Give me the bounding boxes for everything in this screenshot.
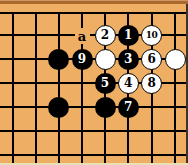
stone-white-10: 10 — [141, 25, 162, 46]
stone-black-5: 5 — [95, 73, 116, 94]
stone-number: 5 — [101, 77, 109, 89]
grid-hline-6 — [0, 130, 188, 132]
stone-white — [165, 49, 186, 70]
stone-number: 6 — [147, 53, 155, 65]
stone-white-2: 2 — [95, 25, 116, 46]
grid-vline-3 — [58, 12, 60, 165]
point-label-a: a — [75, 28, 90, 44]
stone-white-8: 8 — [141, 73, 162, 94]
stone-number: 10 — [146, 30, 158, 39]
board-bottom-border — [0, 163, 188, 165]
stone-black-3: 3 — [118, 49, 139, 70]
stone-number: 9 — [78, 53, 86, 65]
grid-vline-8 — [174, 12, 176, 165]
go-board: 21109365487a — [0, 0, 188, 165]
stone-number: 8 — [147, 77, 155, 89]
grid-hline-1 — [0, 12, 188, 14]
stone-white — [95, 49, 116, 70]
stone-white-4: 4 — [118, 73, 139, 94]
stone-black-1: 1 — [118, 25, 139, 46]
stone-number: 2 — [101, 29, 109, 41]
board-top-edge — [0, 0, 188, 4]
board-right-border — [186, 0, 188, 165]
grid-vline-2 — [35, 12, 37, 165]
stone-number: 1 — [124, 29, 132, 41]
grid-vline-1 — [12, 12, 14, 165]
stone-black-7: 7 — [118, 97, 139, 118]
stone-number: 3 — [124, 53, 132, 65]
stone-number: 7 — [124, 101, 132, 113]
stone-black — [48, 97, 69, 118]
stone-number: 4 — [124, 77, 132, 89]
stone-black — [95, 97, 116, 118]
grid-hline-7 — [0, 154, 188, 156]
stone-black — [48, 49, 69, 70]
stone-white-6: 6 — [141, 49, 162, 70]
stone-black-9: 9 — [72, 49, 93, 70]
